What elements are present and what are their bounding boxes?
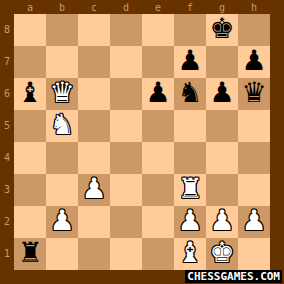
black-king-g8: ♚ [206, 13, 238, 45]
square-g3 [206, 174, 238, 206]
square-d6 [110, 78, 142, 110]
white-pawn-c3: ♟ [78, 173, 110, 205]
rank-label-6: 6 [0, 78, 14, 110]
black-pawn-h7: ♟ [238, 45, 270, 77]
chess-board: ♚♟♟♝♛♟♞♟♛♞♟♜♟♟♟♟♜♝♚ [14, 14, 270, 270]
square-g2: ♟ [206, 206, 238, 238]
square-c7 [78, 46, 110, 78]
square-h3 [238, 174, 270, 206]
square-a2 [14, 206, 46, 238]
square-c2 [78, 206, 110, 238]
square-h2: ♟ [238, 206, 270, 238]
square-g5 [206, 110, 238, 142]
square-e5 [142, 110, 174, 142]
rank-label-5: 5 [0, 110, 14, 142]
square-b6: ♛ [46, 78, 78, 110]
rank-label-1: 1 [0, 238, 14, 270]
square-f6: ♞ [174, 78, 206, 110]
square-d1 [110, 238, 142, 270]
square-c3: ♟ [78, 174, 110, 206]
square-d2 [110, 206, 142, 238]
square-a1: ♜ [14, 238, 46, 270]
square-g6: ♟ [206, 78, 238, 110]
square-b8 [46, 14, 78, 46]
white-queen-b6: ♛ [46, 77, 78, 109]
square-g1: ♚ [206, 238, 238, 270]
black-rook-a1: ♜ [14, 237, 46, 269]
square-a6: ♝ [14, 78, 46, 110]
square-h8 [238, 14, 270, 46]
white-pawn-g2: ♟ [206, 205, 238, 237]
square-c8 [78, 14, 110, 46]
square-f1: ♝ [174, 238, 206, 270]
square-f4 [174, 142, 206, 174]
black-pawn-g6: ♟ [206, 77, 238, 109]
square-a7 [14, 46, 46, 78]
square-d5 [110, 110, 142, 142]
black-pawn-e6: ♟ [142, 77, 174, 109]
white-knight-b5: ♞ [46, 109, 78, 141]
square-b5: ♞ [46, 110, 78, 142]
square-e2 [142, 206, 174, 238]
square-a4 [14, 142, 46, 174]
rank-label-7: 7 [0, 46, 14, 78]
square-h1 [238, 238, 270, 270]
square-g7 [206, 46, 238, 78]
file-label-g: g [206, 0, 238, 14]
white-pawn-h2: ♟ [238, 205, 270, 237]
square-f3: ♜ [174, 174, 206, 206]
square-c1 [78, 238, 110, 270]
square-e1 [142, 238, 174, 270]
square-c4 [78, 142, 110, 174]
rank-label-2: 2 [0, 206, 14, 238]
square-f2: ♟ [174, 206, 206, 238]
square-e4 [142, 142, 174, 174]
square-b1 [46, 238, 78, 270]
square-e7 [142, 46, 174, 78]
file-label-h: h [238, 0, 270, 14]
black-pawn-f7: ♟ [174, 45, 206, 77]
square-h7: ♟ [238, 46, 270, 78]
square-c6 [78, 78, 110, 110]
file-label-a: a [14, 0, 46, 14]
file-label-e: e [142, 0, 174, 14]
square-b3 [46, 174, 78, 206]
square-e6: ♟ [142, 78, 174, 110]
square-g4 [206, 142, 238, 174]
white-pawn-b2: ♟ [46, 205, 78, 237]
square-e8 [142, 14, 174, 46]
square-d3 [110, 174, 142, 206]
square-g8: ♚ [206, 14, 238, 46]
chess-diagram: ♚♟♟♝♛♟♞♟♛♞♟♜♟♟♟♟♜♝♚ CHESSGAMES.COM abcde… [0, 0, 284, 284]
white-bishop-f1: ♝ [174, 237, 206, 269]
square-d8 [110, 14, 142, 46]
square-b4 [46, 142, 78, 174]
square-d7 [110, 46, 142, 78]
square-h5 [238, 110, 270, 142]
rank-label-4: 4 [0, 142, 14, 174]
white-rook-f3: ♜ [174, 173, 206, 205]
square-b2: ♟ [46, 206, 78, 238]
square-f5 [174, 110, 206, 142]
square-h4 [238, 142, 270, 174]
white-pawn-f2: ♟ [174, 205, 206, 237]
square-b7 [46, 46, 78, 78]
square-f7: ♟ [174, 46, 206, 78]
square-c5 [78, 110, 110, 142]
square-h6: ♛ [238, 78, 270, 110]
black-knight-f6: ♞ [174, 77, 206, 109]
rank-label-3: 3 [0, 174, 14, 206]
file-label-b: b [46, 0, 78, 14]
square-d4 [110, 142, 142, 174]
file-label-d: d [110, 0, 142, 14]
rank-label-8: 8 [0, 14, 14, 46]
square-a8 [14, 14, 46, 46]
square-f8 [174, 14, 206, 46]
square-a5 [14, 110, 46, 142]
black-queen-h6: ♛ [238, 77, 270, 109]
square-e3 [142, 174, 174, 206]
square-a3 [14, 174, 46, 206]
chessgames-watermark: CHESSGAMES.COM [185, 270, 282, 283]
file-label-f: f [174, 0, 206, 14]
black-bishop-a6: ♝ [14, 77, 46, 109]
file-label-c: c [78, 0, 110, 14]
white-king-g1: ♚ [206, 237, 238, 269]
